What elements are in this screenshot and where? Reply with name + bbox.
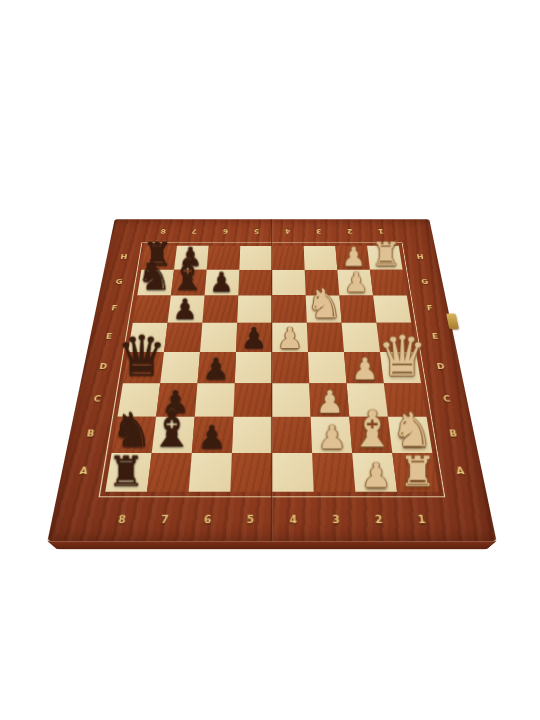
white-pawn-b3[interactable]: ♟ [318, 423, 347, 452]
square-a4[interactable] [272, 453, 314, 492]
square-f8[interactable] [133, 295, 171, 322]
label-file-right-H: H [413, 253, 427, 261]
black-rook-h8[interactable]: ♜ [143, 240, 172, 269]
product-photo-stage: ♜♟♟♜♞♝♟♟♟♞♟♟♛♟♟♛♟♟♞♝♟♟♝♞♜♟♜ 876543218765… [0, 0, 540, 720]
square-c1[interactable] [384, 383, 427, 417]
square-g3[interactable] [305, 270, 340, 296]
black-rook-a8[interactable]: ♜ [108, 453, 145, 490]
square-d8[interactable]: ♛ [123, 352, 164, 383]
fold-seam [271, 219, 273, 541]
square-e7[interactable] [164, 323, 202, 352]
square-b1[interactable]: ♞ [388, 417, 433, 453]
square-b5[interactable] [232, 417, 272, 453]
black-pawn-f7[interactable]: ♟ [172, 297, 197, 322]
label-rank-bottom-1: 1 [413, 512, 432, 526]
square-h2[interactable]: ♟ [335, 246, 370, 270]
square-a1[interactable]: ♜ [392, 453, 438, 492]
square-h4[interactable] [272, 246, 305, 270]
black-pawn-e5[interactable]: ♟ [241, 325, 267, 351]
brass-clasp-icon [446, 313, 459, 329]
white-rook-h1[interactable]: ♜ [372, 240, 401, 269]
square-c3[interactable]: ♟ [309, 383, 349, 417]
square-a7[interactable] [147, 453, 192, 492]
square-e1[interactable] [376, 323, 416, 352]
square-f2[interactable] [339, 295, 376, 322]
square-g1[interactable] [370, 270, 407, 296]
square-g8[interactable]: ♞ [137, 270, 174, 296]
black-pawn-h7[interactable]: ♟ [179, 245, 203, 269]
label-file-left-F: F [107, 304, 122, 313]
square-h3[interactable] [304, 246, 338, 270]
square-a5[interactable] [230, 453, 272, 492]
black-queen-d8[interactable]: ♛ [117, 332, 167, 382]
square-a8[interactable]: ♜ [105, 453, 151, 492]
square-e2[interactable] [342, 323, 380, 352]
square-e4[interactable]: ♟ [272, 323, 308, 352]
label-file-left-A: A [74, 464, 92, 477]
label-file-right-E: E [427, 332, 443, 342]
square-g2[interactable]: ♟ [337, 270, 373, 296]
square-b6[interactable]: ♟ [192, 417, 234, 453]
label-rank-bottom-5: 5 [242, 512, 259, 526]
square-d3[interactable] [308, 352, 347, 383]
square-g4[interactable] [272, 270, 306, 296]
square-c4[interactable] [272, 383, 311, 417]
black-pawn-c7[interactable]: ♟ [162, 388, 190, 416]
label-file-left-D: D [95, 361, 111, 371]
square-b7[interactable]: ♝ [152, 417, 195, 453]
label-rank-bottom-2: 2 [370, 512, 388, 526]
square-a3[interactable] [312, 453, 355, 492]
label-rank-bottom-6: 6 [199, 512, 217, 526]
square-b8[interactable]: ♞ [112, 417, 157, 453]
label-file-left-C: C [89, 393, 106, 404]
black-knight-b8[interactable]: ♞ [111, 410, 153, 452]
square-d4[interactable] [272, 352, 309, 383]
square-e5[interactable]: ♟ [236, 323, 272, 352]
square-f4[interactable] [272, 295, 307, 322]
square-b2[interactable]: ♝ [349, 417, 392, 453]
label-rank-top-5: 5 [250, 227, 262, 235]
square-h5[interactable] [239, 246, 272, 270]
label-rank-top-7: 7 [188, 227, 201, 235]
square-c2[interactable] [347, 383, 388, 417]
white-pawn-d2[interactable]: ♟ [352, 355, 379, 382]
label-rank-top-4: 4 [281, 227, 293, 235]
label-file-left-G: G [112, 277, 126, 286]
black-pawn-g6[interactable]: ♟ [209, 270, 233, 294]
square-h1[interactable]: ♜ [367, 246, 403, 270]
square-d5[interactable] [235, 352, 272, 383]
white-pawn-a2[interactable]: ♟ [361, 461, 391, 491]
white-rook-a1[interactable]: ♜ [399, 453, 436, 490]
black-pawn-d6[interactable]: ♟ [203, 355, 230, 382]
square-e6[interactable] [200, 323, 237, 352]
square-d7[interactable] [160, 352, 200, 383]
square-g5[interactable] [238, 270, 272, 296]
label-file-right-C: C [438, 393, 455, 404]
square-f1[interactable] [373, 295, 411, 322]
square-d2[interactable]: ♟ [344, 352, 384, 383]
label-file-left-B: B [82, 428, 100, 440]
label-file-left-H: H [117, 253, 131, 261]
square-h6[interactable] [207, 246, 241, 270]
label-file-right-G: G [418, 277, 432, 286]
square-b4[interactable] [272, 417, 312, 453]
square-f5[interactable] [237, 295, 272, 322]
square-f3[interactable]: ♞ [306, 295, 342, 322]
white-pawn-c3[interactable]: ♟ [316, 388, 344, 416]
label-file-right-D: D [433, 361, 449, 371]
label-rank-bottom-4: 4 [285, 512, 302, 526]
square-d1[interactable]: ♛ [380, 352, 421, 383]
square-c8[interactable] [117, 383, 160, 417]
label-file-left-E: E [101, 332, 117, 342]
square-c7[interactable]: ♟ [156, 383, 197, 417]
square-f7[interactable]: ♟ [168, 295, 205, 322]
white-pawn-e4[interactable]: ♟ [277, 325, 303, 351]
folding-chessboard: ♜♟♟♜♞♝♟♟♟♞♟♟♛♟♟♛♟♟♞♝♟♟♝♞♜♟♜ 876543218765… [47, 219, 496, 541]
square-f6[interactable] [202, 295, 238, 322]
label-rank-top-1: 1 [374, 227, 387, 235]
label-rank-top-2: 2 [343, 227, 356, 235]
square-b3[interactable]: ♟ [311, 417, 353, 453]
label-rank-bottom-7: 7 [156, 512, 174, 526]
label-rank-bottom-3: 3 [328, 512, 346, 526]
square-a2[interactable]: ♟ [352, 453, 397, 492]
square-c5[interactable] [233, 383, 272, 417]
label-file-right-A: A [451, 464, 469, 477]
square-a6[interactable] [189, 453, 232, 492]
black-pawn-b6[interactable]: ♟ [197, 423, 226, 452]
white-pawn-g2[interactable]: ♟ [344, 270, 368, 294]
white-knight-b1[interactable]: ♞ [391, 410, 433, 452]
label-rank-top-6: 6 [219, 227, 232, 235]
board-front-edge [47, 541, 496, 549]
white-pawn-h2[interactable]: ♟ [342, 245, 366, 269]
square-d6[interactable]: ♟ [197, 352, 236, 383]
label-file-right-B: B [445, 428, 463, 440]
square-g7[interactable]: ♝ [171, 270, 207, 296]
label-rank-bottom-8: 8 [113, 512, 132, 526]
label-rank-top-8: 8 [157, 227, 170, 235]
square-h8[interactable]: ♜ [141, 246, 177, 270]
square-e8[interactable] [128, 323, 168, 352]
white-queen-d1[interactable]: ♛ [377, 332, 427, 382]
square-h7[interactable]: ♟ [174, 246, 209, 270]
square-c6[interactable] [195, 383, 235, 417]
label-file-right-F: F [422, 304, 437, 313]
square-g6[interactable]: ♟ [205, 270, 240, 296]
label-rank-top-3: 3 [312, 227, 325, 235]
square-e3[interactable] [307, 323, 344, 352]
